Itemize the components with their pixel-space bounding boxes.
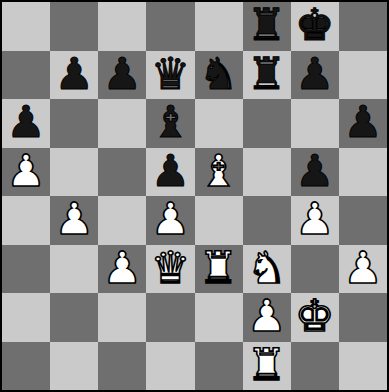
piece-black-pawn: ♟ [151,149,190,193]
square-f5[interactable] [243,148,291,197]
square-f4[interactable] [243,196,291,245]
square-h2[interactable] [339,293,387,342]
square-d2[interactable] [146,293,194,342]
piece-white-rook: ♜ [247,343,286,387]
piece-white-pawn: ♟ [247,294,286,338]
square-b5[interactable] [50,148,98,197]
chess-board: ♜♚♟♟♛♞♜♟♟♝♟♟♟♝♟♟♟♟♟♛♜♞♟♟♚♜ [2,2,387,390]
piece-white-pawn: ♟ [295,197,334,241]
square-d1[interactable] [146,342,194,391]
piece-black-queen: ♛ [151,52,190,96]
square-b3[interactable] [50,245,98,294]
square-d8[interactable] [146,2,194,51]
piece-white-pawn: ♟ [54,197,93,241]
square-c3[interactable]: ♟ [98,245,146,294]
square-c7[interactable]: ♟ [98,51,146,100]
square-b6[interactable] [50,99,98,148]
piece-black-bishop: ♝ [151,100,190,144]
square-f7[interactable]: ♜ [243,51,291,100]
square-h3[interactable]: ♟ [339,245,387,294]
piece-black-pawn: ♟ [295,149,334,193]
square-e3[interactable]: ♜ [195,245,243,294]
square-e2[interactable] [195,293,243,342]
square-a8[interactable] [2,2,50,51]
square-e7[interactable]: ♞ [195,51,243,100]
square-a6[interactable]: ♟ [2,99,50,148]
square-c6[interactable] [98,99,146,148]
square-f1[interactable]: ♜ [243,342,291,391]
square-a3[interactable] [2,245,50,294]
square-f2[interactable]: ♟ [243,293,291,342]
piece-white-king: ♚ [295,294,334,338]
square-d6[interactable]: ♝ [146,99,194,148]
square-f3[interactable]: ♞ [243,245,291,294]
square-e1[interactable] [195,342,243,391]
square-g1[interactable] [291,342,339,391]
square-b4[interactable]: ♟ [50,196,98,245]
square-h5[interactable] [339,148,387,197]
square-g2[interactable]: ♚ [291,293,339,342]
square-a1[interactable] [2,342,50,391]
piece-black-rook: ♜ [247,3,286,47]
square-h8[interactable] [339,2,387,51]
piece-white-pawn: ♟ [103,246,142,290]
square-d7[interactable]: ♛ [146,51,194,100]
piece-black-rook: ♜ [247,52,286,96]
square-d5[interactable]: ♟ [146,148,194,197]
piece-white-pawn: ♟ [151,197,190,241]
square-d3[interactable]: ♛ [146,245,194,294]
square-c8[interactable] [98,2,146,51]
piece-black-pawn: ♟ [343,100,382,144]
piece-black-knight: ♞ [199,52,238,96]
square-d4[interactable]: ♟ [146,196,194,245]
square-e6[interactable] [195,99,243,148]
square-f6[interactable] [243,99,291,148]
piece-black-pawn: ♟ [295,52,334,96]
square-h7[interactable] [339,51,387,100]
square-h1[interactable] [339,342,387,391]
square-b2[interactable] [50,293,98,342]
square-e5[interactable]: ♝ [195,148,243,197]
square-a2[interactable] [2,293,50,342]
square-b7[interactable]: ♟ [50,51,98,100]
piece-white-queen: ♛ [151,246,190,290]
square-b1[interactable] [50,342,98,391]
piece-white-pawn: ♟ [343,246,382,290]
square-g4[interactable]: ♟ [291,196,339,245]
square-g3[interactable] [291,245,339,294]
piece-white-knight: ♞ [247,246,286,290]
square-a5[interactable]: ♟ [2,148,50,197]
square-g7[interactable]: ♟ [291,51,339,100]
piece-white-rook: ♜ [199,246,238,290]
square-c4[interactable] [98,196,146,245]
square-a4[interactable] [2,196,50,245]
piece-black-pawn: ♟ [54,52,93,96]
square-h6[interactable]: ♟ [339,99,387,148]
chess-board-frame: ♜♚♟♟♛♞♜♟♟♝♟♟♟♝♟♟♟♟♟♛♜♞♟♟♚♜ [0,0,389,392]
square-g8[interactable]: ♚ [291,2,339,51]
square-c5[interactable] [98,148,146,197]
piece-black-pawn: ♟ [6,100,45,144]
square-g5[interactable]: ♟ [291,148,339,197]
square-h4[interactable] [339,196,387,245]
square-g6[interactable] [291,99,339,148]
piece-black-pawn: ♟ [103,52,142,96]
piece-black-king: ♚ [295,3,334,47]
square-a7[interactable] [2,51,50,100]
piece-white-bishop: ♝ [199,149,238,193]
square-c1[interactable] [98,342,146,391]
square-e4[interactable] [195,196,243,245]
square-b8[interactable] [50,2,98,51]
square-f8[interactable]: ♜ [243,2,291,51]
piece-white-pawn: ♟ [6,149,45,193]
square-c2[interactable] [98,293,146,342]
square-e8[interactable] [195,2,243,51]
